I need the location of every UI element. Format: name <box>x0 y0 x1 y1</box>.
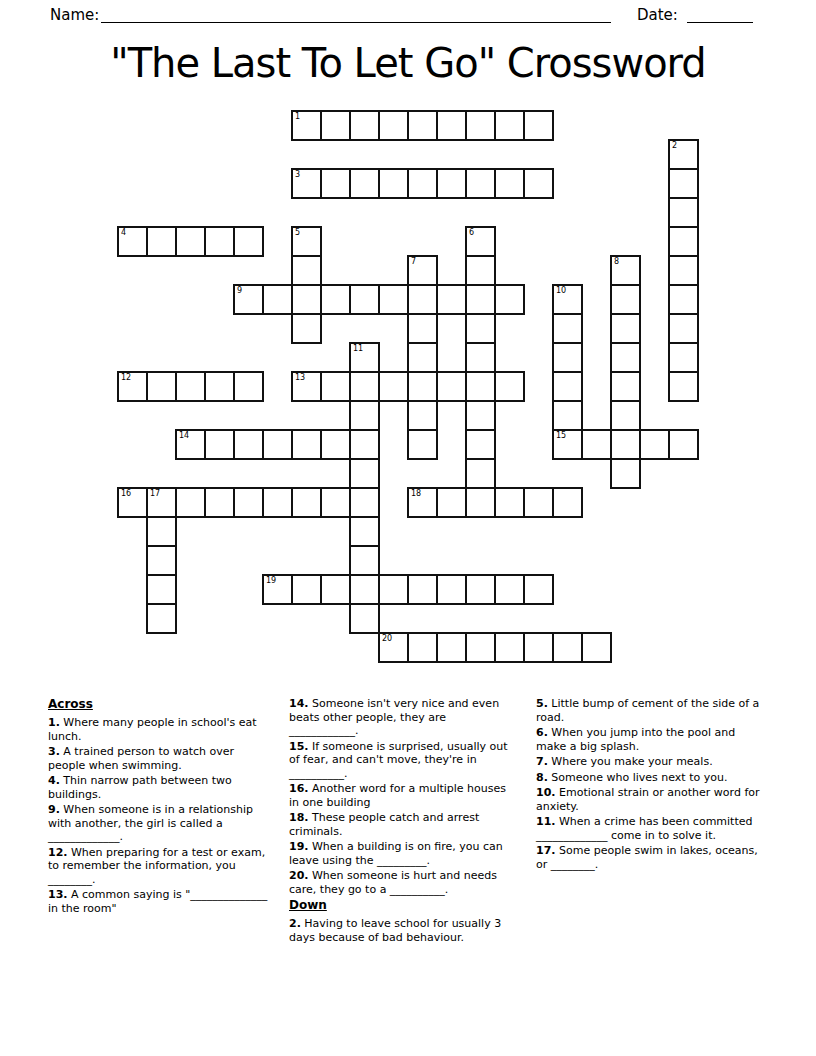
grid-cell-r17c8[interactable] <box>349 603 380 634</box>
grid-cell-r6c13[interactable] <box>494 284 525 315</box>
clue-across-1: 1. Where many people in school's eat lun… <box>48 716 270 743</box>
cell-number-1: 1 <box>295 112 300 121</box>
grid-cell-r6c9[interactable] <box>378 284 409 315</box>
grid-cell-r11c2[interactable]: 14 <box>175 429 206 460</box>
grid-cell-r6c8[interactable] <box>349 284 380 315</box>
grid-cell-r18c16[interactable] <box>581 632 612 663</box>
grid-cell-r15c8[interactable] <box>349 545 380 576</box>
grid-cell-r2c9[interactable] <box>378 168 409 199</box>
cell-number-17: 17 <box>150 489 160 498</box>
grid-cell-r5c17[interactable]: 8 <box>610 255 641 286</box>
clue-down-6: 6. When you jump into the pool and make … <box>536 726 765 753</box>
grid-cell-r9c6[interactable]: 13 <box>291 371 322 402</box>
grid-cell-r1c19[interactable]: 2 <box>668 139 699 170</box>
cell-number-18: 18 <box>411 489 421 498</box>
grid-cell-r2c7[interactable] <box>320 168 351 199</box>
grid-cell-r5c19[interactable] <box>668 255 699 286</box>
grid-cell-r6c11[interactable] <box>436 284 467 315</box>
crossword-grid: 1234567891011121314151617181920 <box>117 110 699 663</box>
grid-cell-r2c13[interactable] <box>494 168 525 199</box>
grid-cell-r13c15[interactable] <box>552 487 583 518</box>
grid-cell-r11c10[interactable] <box>407 429 438 460</box>
grid-cell-r10c15[interactable] <box>552 400 583 431</box>
clue-across-18: 18. These people catch and arrest crimin… <box>289 811 517 838</box>
grid-cell-r11c18[interactable] <box>639 429 670 460</box>
clue-column-left: Across1. Where many people in school's e… <box>48 697 270 917</box>
grid-cell-r9c10[interactable] <box>407 371 438 402</box>
grid-cell-r16c14[interactable] <box>523 574 554 605</box>
grid-cell-r11c15[interactable]: 15 <box>552 429 583 460</box>
down-heading: Down <box>289 898 517 913</box>
grid-cell-r9c15[interactable] <box>552 371 583 402</box>
grid-cell-r0c8[interactable] <box>349 110 380 141</box>
grid-cell-r11c6[interactable] <box>291 429 322 460</box>
clue-down-11: 11. When a crime has been committed ____… <box>536 815 765 842</box>
grid-cell-r17c1[interactable] <box>146 603 177 634</box>
grid-cell-r18c10[interactable] <box>407 632 438 663</box>
grid-cell-r16c6[interactable] <box>291 574 322 605</box>
grid-cell-r11c7[interactable] <box>320 429 351 460</box>
grid-cell-r2c14[interactable] <box>523 168 554 199</box>
grid-cell-r6c15[interactable]: 10 <box>552 284 583 315</box>
grid-cell-r5c10[interactable]: 7 <box>407 255 438 286</box>
clue-column-middle: 14. Someone isn't very nice and even bea… <box>289 697 517 946</box>
grid-cell-r8c8[interactable]: 11 <box>349 342 380 373</box>
clue-down-5: 5. Little bump of cement of the side of … <box>536 697 765 724</box>
grid-cell-r7c19[interactable] <box>668 313 699 344</box>
grid-cell-r6c4[interactable]: 9 <box>233 284 264 315</box>
grid-cell-r13c14[interactable] <box>523 487 554 518</box>
cell-number-5: 5 <box>295 228 300 237</box>
cell-number-15: 15 <box>556 431 566 440</box>
cell-number-9: 9 <box>237 286 242 295</box>
grid-cell-r16c10[interactable] <box>407 574 438 605</box>
grid-cell-r16c13[interactable] <box>494 574 525 605</box>
grid-cell-r6c19[interactable] <box>668 284 699 315</box>
grid-cell-r9c2[interactable] <box>175 371 206 402</box>
grid-cell-r18c15[interactable] <box>552 632 583 663</box>
cell-number-4: 4 <box>121 228 126 237</box>
grid-cell-r16c1[interactable] <box>146 574 177 605</box>
clue-across-9: 9. When someone is in a relationship wit… <box>48 803 270 844</box>
grid-cell-r13c12[interactable] <box>465 487 496 518</box>
cell-number-20: 20 <box>382 634 392 643</box>
grid-cell-r6c10[interactable] <box>407 284 438 315</box>
cell-number-7: 7 <box>411 257 416 266</box>
grid-cell-r9c0[interactable]: 12 <box>117 371 148 402</box>
grid-cell-r13c0[interactable]: 16 <box>117 487 148 518</box>
grid-cell-r0c11[interactable] <box>436 110 467 141</box>
grid-cell-r16c9[interactable] <box>378 574 409 605</box>
grid-cell-r18c13[interactable] <box>494 632 525 663</box>
grid-cell-r18c11[interactable] <box>436 632 467 663</box>
clue-across-14: 14. Someone isn't very nice and even bea… <box>289 697 517 738</box>
grid-cell-r6c12[interactable] <box>465 284 496 315</box>
grid-cell-r2c6[interactable]: 3 <box>291 168 322 199</box>
grid-cell-r13c3[interactable] <box>204 487 235 518</box>
page-title: "The Last To Let Go" Crossword <box>0 40 816 86</box>
grid-cell-r5c12[interactable] <box>465 255 496 286</box>
cell-number-3: 3 <box>295 170 300 179</box>
grid-cell-r7c17[interactable] <box>610 313 641 344</box>
grid-cell-r10c17[interactable] <box>610 400 641 431</box>
grid-cell-r9c19[interactable] <box>668 371 699 402</box>
name-blank-line <box>101 8 611 23</box>
grid-cell-r9c1[interactable] <box>146 371 177 402</box>
clue-across-13: 13. A common saying is "______________ i… <box>48 888 270 915</box>
grid-cell-r6c7[interactable] <box>320 284 351 315</box>
grid-cell-r13c10[interactable]: 18 <box>407 487 438 518</box>
grid-cell-r10c12[interactable] <box>465 400 496 431</box>
grid-cell-r9c17[interactable] <box>610 371 641 402</box>
grid-cell-r13c13[interactable] <box>494 487 525 518</box>
date-blank-line <box>687 8 753 23</box>
grid-cell-r5c6[interactable] <box>291 255 322 286</box>
grid-cell-r4c4[interactable] <box>233 226 264 257</box>
grid-cell-r11c17[interactable] <box>610 429 641 460</box>
grid-cell-r0c9[interactable] <box>378 110 409 141</box>
across-heading: Across <box>48 697 270 712</box>
clue-across-16: 16. Another word for a multiple houses i… <box>289 782 517 809</box>
grid-cell-r10c8[interactable] <box>349 400 380 431</box>
clue-down-10: 10. Emotional strain or another word for… <box>536 786 765 813</box>
grid-cell-r8c10[interactable] <box>407 342 438 373</box>
cell-number-12: 12 <box>121 373 131 382</box>
cell-number-19: 19 <box>266 576 276 585</box>
grid-cell-r2c19[interactable] <box>668 168 699 199</box>
cell-number-14: 14 <box>179 431 189 440</box>
grid-cell-r4c0[interactable]: 4 <box>117 226 148 257</box>
grid-cell-r12c8[interactable] <box>349 458 380 489</box>
grid-cell-r4c1[interactable] <box>146 226 177 257</box>
grid-cell-r11c12[interactable] <box>465 429 496 460</box>
grid-cell-r16c8[interactable] <box>349 574 380 605</box>
clue-across-4: 4. Thin narrow path between two building… <box>48 774 270 801</box>
grid-cell-r4c2[interactable] <box>175 226 206 257</box>
grid-cell-r9c13[interactable] <box>494 371 525 402</box>
grid-cell-r8c17[interactable] <box>610 342 641 373</box>
grid-cell-r12c12[interactable] <box>465 458 496 489</box>
grid-cell-r3c19[interactable] <box>668 197 699 228</box>
clue-column-right: 5. Little bump of cement of the side of … <box>536 697 765 873</box>
clue-across-12: 12. When preparing for a test or exam, t… <box>48 846 270 887</box>
grid-cell-r4c3[interactable] <box>204 226 235 257</box>
grid-cell-r16c7[interactable] <box>320 574 351 605</box>
grid-cell-r4c12[interactable]: 6 <box>465 226 496 257</box>
grid-cell-r11c3[interactable] <box>204 429 235 460</box>
grid-cell-r18c14[interactable] <box>523 632 554 663</box>
grid-cell-r9c9[interactable] <box>378 371 409 402</box>
grid-cell-r6c6[interactable] <box>291 284 322 315</box>
grid-cell-r9c11[interactable] <box>436 371 467 402</box>
grid-cell-r13c6[interactable] <box>291 487 322 518</box>
grid-cell-r14c1[interactable] <box>146 516 177 547</box>
date-label: Date: <box>637 7 678 23</box>
grid-cell-r11c4[interactable] <box>233 429 264 460</box>
grid-cell-r11c19[interactable] <box>668 429 699 460</box>
cell-number-16: 16 <box>121 489 131 498</box>
grid-cell-r13c8[interactable] <box>349 487 380 518</box>
grid-cell-r16c12[interactable] <box>465 574 496 605</box>
grid-cell-r7c6[interactable] <box>291 313 322 344</box>
cell-number-6: 6 <box>469 228 474 237</box>
grid-cell-r2c11[interactable] <box>436 168 467 199</box>
grid-cell-r0c10[interactable] <box>407 110 438 141</box>
clue-down-8: 8. Someone who lives next to you. <box>536 771 765 785</box>
grid-cell-r13c2[interactable] <box>175 487 206 518</box>
grid-cell-r8c15[interactable] <box>552 342 583 373</box>
grid-cell-r0c7[interactable] <box>320 110 351 141</box>
grid-cell-r7c15[interactable] <box>552 313 583 344</box>
grid-cell-r13c5[interactable] <box>262 487 293 518</box>
grid-cell-r13c1[interactable]: 17 <box>146 487 177 518</box>
grid-cell-r0c13[interactable] <box>494 110 525 141</box>
grid-cell-r11c5[interactable] <box>262 429 293 460</box>
grid-cell-r18c9[interactable]: 20 <box>378 632 409 663</box>
grid-cell-r8c19[interactable] <box>668 342 699 373</box>
grid-cell-r18c12[interactable] <box>465 632 496 663</box>
clue-across-3: 3. A trained person to watch over people… <box>48 745 270 772</box>
grid-cell-r13c11[interactable] <box>436 487 467 518</box>
clue-down-2: 2. Having to leave school for usually 3 … <box>289 917 517 944</box>
grid-cell-r7c10[interactable] <box>407 313 438 344</box>
grid-cell-r2c10[interactable] <box>407 168 438 199</box>
grid-cell-r2c8[interactable] <box>349 168 380 199</box>
clue-down-7: 7. Where you make your meals. <box>536 755 765 769</box>
grid-cell-r0c12[interactable] <box>465 110 496 141</box>
grid-cell-r4c19[interactable] <box>668 226 699 257</box>
grid-cell-r12c17[interactable] <box>610 458 641 489</box>
grid-cell-r10c10[interactable] <box>407 400 438 431</box>
grid-cell-r15c1[interactable] <box>146 545 177 576</box>
grid-cell-r6c17[interactable] <box>610 284 641 315</box>
grid-cell-r16c11[interactable] <box>436 574 467 605</box>
grid-cell-r11c8[interactable] <box>349 429 380 460</box>
cell-number-13: 13 <box>295 373 305 382</box>
grid-cell-r9c12[interactable] <box>465 371 496 402</box>
cell-number-10: 10 <box>556 286 566 295</box>
clue-down-17: 17. Some people swim in lakes, oceans, o… <box>536 844 765 871</box>
name-label: Name: <box>50 7 99 23</box>
grid-cell-r16c5[interactable]: 19 <box>262 574 293 605</box>
grid-cell-r0c6[interactable]: 1 <box>291 110 322 141</box>
cell-number-2: 2 <box>672 141 677 150</box>
grid-cell-r14c8[interactable] <box>349 516 380 547</box>
grid-cell-r9c8[interactable] <box>349 371 380 402</box>
grid-cell-r2c12[interactable] <box>465 168 496 199</box>
grid-cell-r6c5[interactable] <box>262 284 293 315</box>
grid-cell-r0c14[interactable] <box>523 110 554 141</box>
grid-cell-r13c4[interactable] <box>233 487 264 518</box>
grid-cell-r7c12[interactable] <box>465 313 496 344</box>
clue-across-20: 20. When someone is hurt and needs care,… <box>289 869 517 896</box>
grid-cell-r8c12[interactable] <box>465 342 496 373</box>
grid-cell-r9c7[interactable] <box>320 371 351 402</box>
grid-cell-r11c16[interactable] <box>581 429 612 460</box>
cell-number-8: 8 <box>614 257 619 266</box>
grid-cell-r13c7[interactable] <box>320 487 351 518</box>
clue-across-19: 19. When a building is on fire, you can … <box>289 840 517 867</box>
clue-across-15: 15. If someone is surprised, usually out… <box>289 740 517 781</box>
grid-cell-r9c3[interactable] <box>204 371 235 402</box>
grid-cell-r4c6[interactable]: 5 <box>291 226 322 257</box>
grid-cell-r9c4[interactable] <box>233 371 264 402</box>
cell-number-11: 11 <box>353 344 363 353</box>
